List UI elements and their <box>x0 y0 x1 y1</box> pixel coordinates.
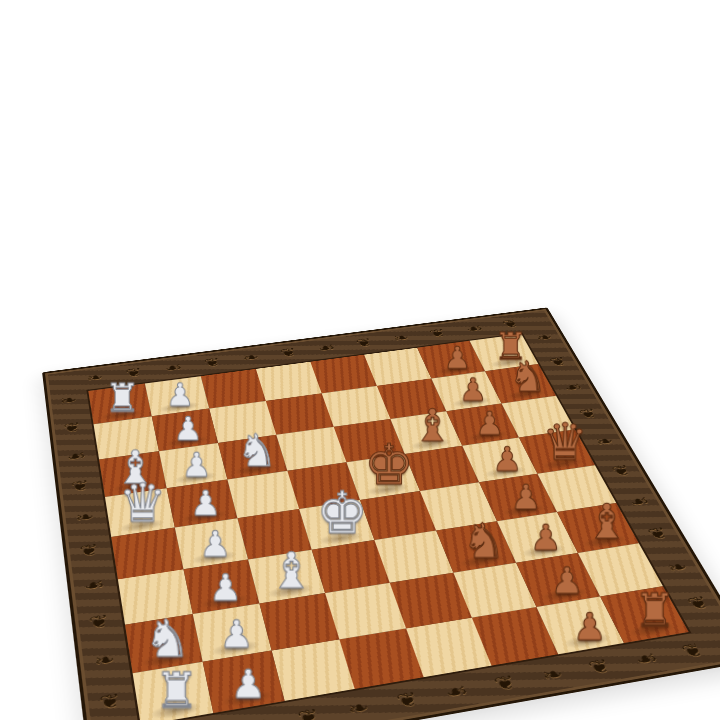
square-f7[interactable]: ♟ <box>497 512 578 563</box>
square-h2[interactable]: ♟ <box>203 650 285 713</box>
square-d1[interactable]: ♛ <box>105 488 175 537</box>
piece-shadow <box>149 700 202 720</box>
board-tilt-wrapper: ❧ ❦ ☙ ❦ ❧ ❦ ☙ ❦ ❧ ❦ ☙ ❦ ❧ ❦ ☙ ❧ ❦ ☙ ❦ ❧ … <box>42 307 720 720</box>
square-h3[interactable] <box>272 639 355 701</box>
piece-shadow <box>173 470 218 486</box>
square-d2[interactable]: ♟ <box>167 479 238 527</box>
piece-shadow <box>182 508 228 525</box>
square-e3[interactable] <box>237 509 311 559</box>
piece-shadow <box>266 582 315 601</box>
piece-shadow <box>501 502 548 519</box>
square-f1[interactable] <box>118 569 193 624</box>
piece-shadow <box>540 585 590 604</box>
piece-shadow <box>627 620 679 640</box>
square-h7[interactable]: ♟ <box>536 596 623 654</box>
square-d3[interactable] <box>227 471 299 518</box>
square-d6[interactable] <box>405 446 479 491</box>
square-f8[interactable]: ♝ <box>557 503 639 553</box>
square-d8[interactable]: ♛ <box>519 429 595 473</box>
piece-shadow <box>562 631 614 651</box>
square-g8[interactable] <box>578 543 663 596</box>
chess-board-frame: ❧ ❦ ☙ ❦ ❧ ❦ ☙ ❦ ❧ ❦ ☙ ❦ ❧ ❦ ☙ ❧ ❦ ☙ ❦ ❧ … <box>42 307 720 720</box>
square-c2[interactable]: ♟ <box>159 443 227 488</box>
board-scene: ❧ ❦ ☙ ❦ ❧ ❦ ☙ ❦ ❧ ❦ ☙ ❦ ❧ ❦ ☙ ❧ ❦ ☙ ❦ ❧ … <box>65 205 655 720</box>
square-h1[interactable]: ♜ <box>133 662 214 720</box>
square-g3[interactable] <box>259 593 339 650</box>
photo-canvas: ❧ ❦ ☙ ❦ ❧ ❦ ☙ ❦ ❧ ❦ ☙ ❦ ❧ ❦ ☙ ❧ ❦ ☙ ❦ ❧ … <box>0 0 720 720</box>
square-g1[interactable]: ♞ <box>125 614 203 673</box>
piece-white-rook: ♜ <box>105 379 140 418</box>
piece-shadow <box>221 688 274 710</box>
square-e7[interactable]: ♟ <box>479 474 557 522</box>
square-e4[interactable]: ♚ <box>299 500 374 550</box>
piece-shadow <box>317 530 364 547</box>
